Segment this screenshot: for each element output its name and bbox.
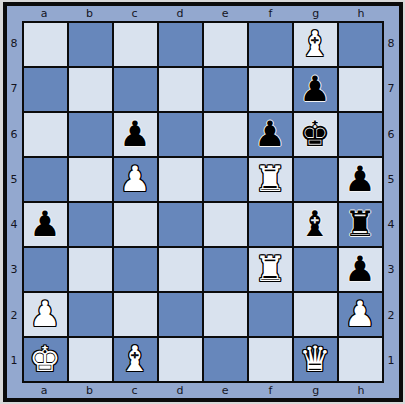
file-labels-bottom: abcdefgh — [22, 383, 384, 398]
square-e1[interactable] — [204, 338, 247, 381]
white-king-a1: ♚ — [29, 338, 60, 381]
coordinate-label-f: f — [248, 383, 293, 398]
square-b1[interactable] — [69, 338, 112, 381]
coordinate-label-h: h — [338, 6, 383, 21]
coordinate-label-2: 2 — [384, 293, 399, 338]
coordinate-label-c: c — [112, 383, 157, 398]
square-e6[interactable] — [204, 113, 247, 156]
square-h6[interactable] — [339, 113, 382, 156]
square-h7[interactable] — [339, 68, 382, 111]
square-e8[interactable] — [204, 23, 247, 66]
square-g3[interactable] — [294, 248, 337, 291]
coordinate-label-8: 8 — [384, 21, 399, 66]
coordinate-label-d: d — [157, 383, 202, 398]
square-f7[interactable] — [249, 68, 292, 111]
square-h1[interactable] — [339, 338, 382, 381]
white-pawn-h2: ♟ — [344, 293, 375, 336]
coordinate-label-2: 2 — [7, 293, 22, 338]
square-b6[interactable] — [69, 113, 112, 156]
coordinate-label-6: 6 — [384, 112, 399, 157]
black-pawn-g7: ♟ — [299, 68, 330, 111]
white-pawn-a2: ♟ — [29, 293, 60, 336]
black-pawn-h5: ♟ — [344, 158, 375, 201]
square-g8[interactable]: ♝ — [294, 23, 337, 66]
coordinate-label-3: 3 — [384, 247, 399, 292]
square-f2[interactable] — [249, 293, 292, 336]
square-e7[interactable] — [204, 68, 247, 111]
square-a8[interactable] — [24, 23, 67, 66]
square-a2[interactable]: ♟ — [24, 293, 67, 336]
white-bishop-c1: ♝ — [119, 338, 150, 381]
rank-labels-left: 87654321 — [7, 21, 22, 383]
square-c6[interactable]: ♟ — [114, 113, 157, 156]
square-h4[interactable]: ♜ — [339, 203, 382, 246]
square-d8[interactable] — [159, 23, 202, 66]
square-a4[interactable]: ♟ — [24, 203, 67, 246]
coordinate-label-4: 4 — [7, 202, 22, 247]
square-f6[interactable]: ♟ — [249, 113, 292, 156]
square-h5[interactable]: ♟ — [339, 158, 382, 201]
square-g2[interactable] — [294, 293, 337, 336]
rank-labels-right: 87654321 — [384, 21, 399, 383]
white-rook-f3: ♜ — [254, 248, 285, 291]
coordinate-label-7: 7 — [7, 66, 22, 111]
square-b2[interactable] — [69, 293, 112, 336]
square-f1[interactable] — [249, 338, 292, 381]
coordinate-label-6: 6 — [7, 112, 22, 157]
black-bishop-g4: ♝ — [299, 203, 330, 246]
square-d4[interactable] — [159, 203, 202, 246]
coordinate-label-a: a — [22, 383, 67, 398]
square-b3[interactable] — [69, 248, 112, 291]
white-rook-f5: ♜ — [254, 158, 285, 201]
square-e3[interactable] — [204, 248, 247, 291]
square-d2[interactable] — [159, 293, 202, 336]
square-h3[interactable]: ♟ — [339, 248, 382, 291]
square-f8[interactable] — [249, 23, 292, 66]
square-g5[interactable] — [294, 158, 337, 201]
square-b7[interactable] — [69, 68, 112, 111]
white-queen-g1: ♛ — [299, 338, 330, 381]
coordinate-label-a: a — [22, 6, 67, 21]
square-d5[interactable] — [159, 158, 202, 201]
coordinate-label-5: 5 — [384, 157, 399, 202]
coordinate-label-3: 3 — [7, 247, 22, 292]
black-pawn-h3: ♟ — [344, 248, 375, 291]
square-h8[interactable] — [339, 23, 382, 66]
coordinate-label-h: h — [338, 383, 383, 398]
coordinate-label-d: d — [157, 6, 202, 21]
square-c5[interactable]: ♟ — [114, 158, 157, 201]
square-c3[interactable] — [114, 248, 157, 291]
black-rook-h4: ♜ — [344, 203, 375, 246]
square-f4[interactable] — [249, 203, 292, 246]
square-c4[interactable] — [114, 203, 157, 246]
coordinate-label-c: c — [112, 6, 157, 21]
coordinate-label-b: b — [67, 6, 112, 21]
square-g7[interactable]: ♟ — [294, 68, 337, 111]
square-b5[interactable] — [69, 158, 112, 201]
square-g4[interactable]: ♝ — [294, 203, 337, 246]
square-e2[interactable] — [204, 293, 247, 336]
coordinate-label-g: g — [293, 383, 338, 398]
black-pawn-c6: ♟ — [119, 113, 150, 156]
square-c1[interactable]: ♝ — [114, 338, 157, 381]
square-c2[interactable] — [114, 293, 157, 336]
square-a6[interactable] — [24, 113, 67, 156]
square-h2[interactable]: ♟ — [339, 293, 382, 336]
coordinate-label-e: e — [203, 6, 248, 21]
coordinate-label-g: g — [293, 6, 338, 21]
square-a1[interactable]: ♚ — [24, 338, 67, 381]
square-e4[interactable] — [204, 203, 247, 246]
coordinate-label-b: b — [67, 383, 112, 398]
square-g1[interactable]: ♛ — [294, 338, 337, 381]
square-b8[interactable] — [69, 23, 112, 66]
square-d6[interactable] — [159, 113, 202, 156]
square-b4[interactable] — [69, 203, 112, 246]
black-pawn-a4: ♟ — [29, 203, 60, 246]
square-f3[interactable]: ♜ — [249, 248, 292, 291]
square-d1[interactable] — [159, 338, 202, 381]
coordinate-label-f: f — [248, 6, 293, 21]
square-c8[interactable] — [114, 23, 157, 66]
square-d3[interactable] — [159, 248, 202, 291]
white-bishop-g8: ♝ — [299, 23, 330, 66]
square-a5[interactable] — [24, 158, 67, 201]
square-d7[interactable] — [159, 68, 202, 111]
white-pawn-c5: ♟ — [119, 158, 150, 201]
coordinate-label-8: 8 — [7, 21, 22, 66]
black-pawn-f6: ♟ — [254, 113, 285, 156]
file-labels-top: abcdefgh — [22, 6, 384, 21]
square-e5[interactable] — [204, 158, 247, 201]
coordinate-label-7: 7 — [384, 66, 399, 111]
black-king-g6: ♚ — [299, 113, 330, 156]
square-a7[interactable] — [24, 68, 67, 111]
coordinate-label-e: e — [203, 383, 248, 398]
square-a3[interactable] — [24, 248, 67, 291]
chess-board-frame: abcdefgh 87654321 ♝♟♟♟♚♟♜♟♟♝♜♜♟♟♟♚♝♛ 876… — [3, 2, 403, 402]
square-f5[interactable]: ♜ — [249, 158, 292, 201]
chess-board: ♝♟♟♟♚♟♜♟♟♝♜♜♟♟♟♚♝♛ — [22, 21, 384, 383]
coordinate-label-1: 1 — [7, 338, 22, 383]
square-c7[interactable] — [114, 68, 157, 111]
square-g6[interactable]: ♚ — [294, 113, 337, 156]
coordinate-label-4: 4 — [384, 202, 399, 247]
coordinate-label-1: 1 — [384, 338, 399, 383]
coordinate-label-5: 5 — [7, 157, 22, 202]
